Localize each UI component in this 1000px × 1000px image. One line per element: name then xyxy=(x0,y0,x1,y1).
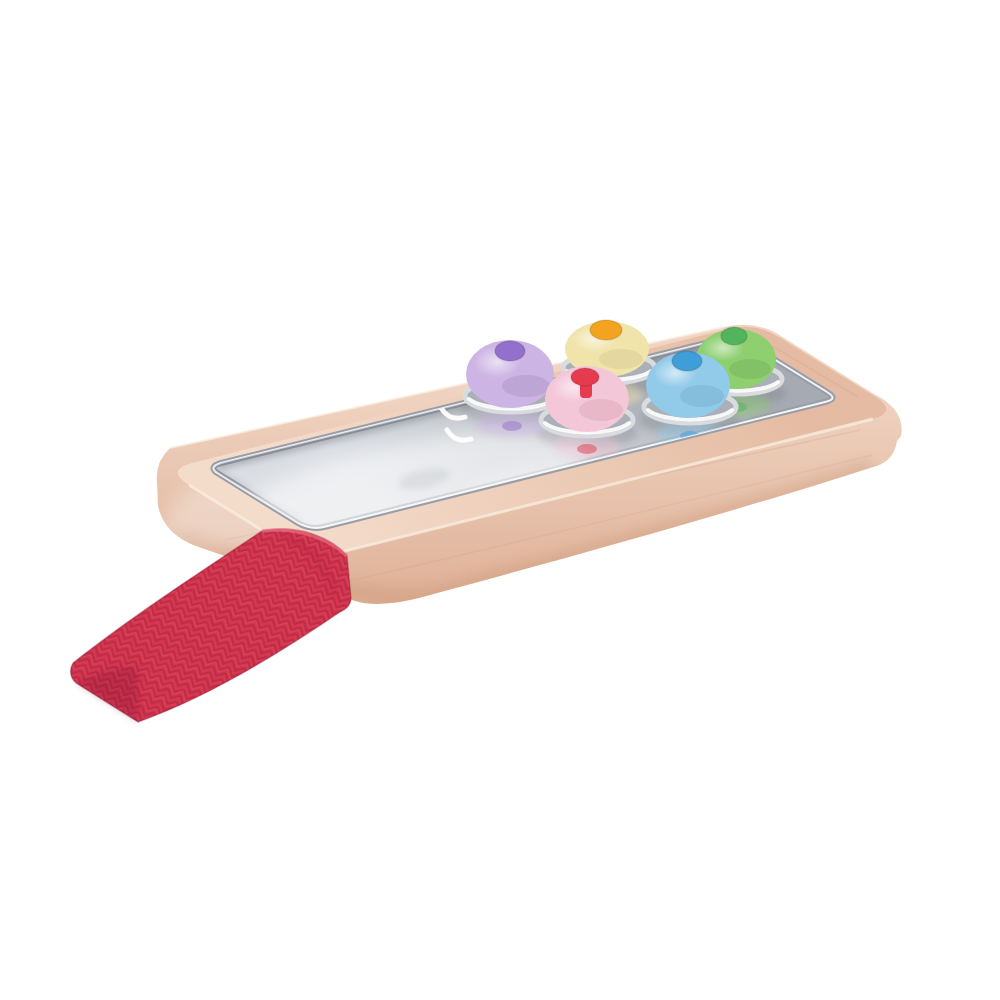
red-fabric-strap xyxy=(71,529,351,722)
purple-button xyxy=(465,340,559,412)
dome-shade xyxy=(502,375,550,397)
product-photo xyxy=(0,0,1000,1000)
wooden-phone-toy xyxy=(0,0,1000,1000)
dome-shade xyxy=(599,349,643,369)
dome-shade xyxy=(680,385,724,407)
dome-shade xyxy=(729,359,771,379)
dome-shade xyxy=(579,399,623,421)
